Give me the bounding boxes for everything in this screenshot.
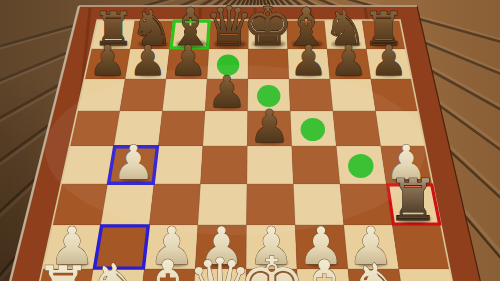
board-scene: ♜♞♝♛♚♝♞♜♟♟♟♟♟♟♟♟♟♟♜♟♟♟♟♟♟♜♞♝♛♚♝♞ [0,0,500,281]
piece-black-pawn-c7[interactable]: ♟ [169,36,206,85]
chess-app-screen: ♜♞♝♛♚♝♞♜♟♟♟♟♟♟♟♟♟♟♜♟♟♟♟♟♟♜♞♝♛♚♝♞ [0,0,500,281]
piece-black-pawn-f7[interactable]: ♟ [290,36,327,85]
piece-black-pawn-h7[interactable]: ♟ [370,36,407,85]
piece-white-pawn-b4[interactable]: ♟ [112,135,155,190]
piece-black-pawn-b7[interactable]: ♟ [129,36,166,85]
piece-black-pawn-a7[interactable]: ♟ [89,36,126,85]
piece-white-knight-g1[interactable]: ♞ [347,250,406,281]
piece-black-pawn-e5[interactable]: ♟ [249,100,290,153]
piece-black-pawn-g7[interactable]: ♟ [330,36,367,85]
piece-white-rook-a1[interactable]: ♜ [35,253,91,281]
piece-black-pawn-d6[interactable]: ♟ [208,67,247,117]
piece-white-rook-h3[interactable]: ♜ [387,167,438,234]
